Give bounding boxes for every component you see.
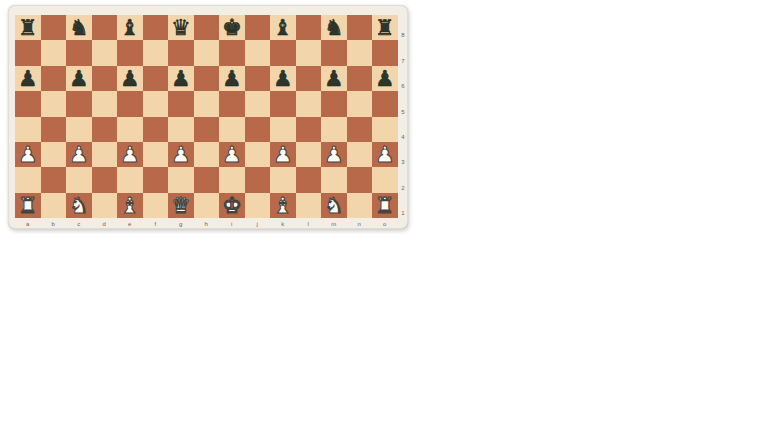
square-h8[interactable] (194, 15, 220, 40)
square-h4[interactable] (194, 117, 220, 142)
rank-label-8: 8 (398, 15, 409, 40)
square-f2[interactable] (143, 167, 169, 192)
black-pawn[interactable]: ♟ (120, 66, 140, 91)
square-l4[interactable] (296, 117, 322, 142)
square-b6[interactable] (41, 66, 67, 91)
page: ♜♞♝♛♚♝♞♜♟♟♟♟♟♟♟♟♟♟♟♟♟♟♟♟♜♞♝♛♚♝♞♜ abcdefg… (0, 0, 768, 432)
square-g5[interactable] (168, 91, 194, 116)
square-h2[interactable] (194, 167, 220, 192)
square-d7[interactable] (92, 40, 118, 65)
black-bishop[interactable]: ♝ (120, 15, 140, 40)
square-j8[interactable] (245, 15, 271, 40)
white-knight[interactable]: ♞ (69, 193, 89, 218)
square-c2[interactable] (66, 167, 92, 192)
square-n1[interactable] (347, 193, 373, 218)
square-o3[interactable]: ♟ (372, 142, 398, 167)
square-n4[interactable] (347, 117, 373, 142)
square-h7[interactable] (194, 40, 220, 65)
square-b7[interactable] (41, 40, 67, 65)
square-f3[interactable] (143, 142, 169, 167)
square-l7[interactable] (296, 40, 322, 65)
white-rook[interactable]: ♜ (18, 193, 38, 218)
square-i4[interactable] (219, 117, 245, 142)
square-m6[interactable]: ♟ (321, 66, 347, 91)
square-h3[interactable] (194, 142, 220, 167)
file-label-k: k (270, 219, 296, 229)
square-m1[interactable]: ♞ (321, 193, 347, 218)
square-g3[interactable]: ♟ (168, 142, 194, 167)
square-o7[interactable] (372, 40, 398, 65)
square-e3[interactable]: ♟ (117, 142, 143, 167)
square-c6[interactable]: ♟ (66, 66, 92, 91)
square-b5[interactable] (41, 91, 67, 116)
square-g2[interactable] (168, 167, 194, 192)
square-g8[interactable]: ♛ (168, 15, 194, 40)
square-j3[interactable] (245, 142, 271, 167)
square-n6[interactable] (347, 66, 373, 91)
square-j6[interactable] (245, 66, 271, 91)
black-bishop[interactable]: ♝ (273, 15, 293, 40)
rank-label-6: 6 (398, 66, 409, 91)
square-n8[interactable] (347, 15, 373, 40)
square-k5[interactable] (270, 91, 296, 116)
square-k8[interactable]: ♝ (270, 15, 296, 40)
square-g4[interactable] (168, 117, 194, 142)
square-j7[interactable] (245, 40, 271, 65)
square-o8[interactable]: ♜ (372, 15, 398, 40)
black-pawn[interactable]: ♟ (273, 66, 293, 91)
square-k3[interactable]: ♟ (270, 142, 296, 167)
square-l3[interactable] (296, 142, 322, 167)
square-a3[interactable]: ♟ (15, 142, 41, 167)
square-e4[interactable] (117, 117, 143, 142)
square-c7[interactable] (66, 40, 92, 65)
square-j5[interactable] (245, 91, 271, 116)
square-c5[interactable] (66, 91, 92, 116)
rank-label-7: 7 (398, 40, 409, 65)
square-f6[interactable] (143, 66, 169, 91)
square-m5[interactable] (321, 91, 347, 116)
file-label-c: c (66, 219, 92, 229)
square-d1[interactable] (92, 193, 118, 218)
square-l6[interactable] (296, 66, 322, 91)
black-pawn[interactable]: ♟ (18, 66, 38, 91)
square-h5[interactable] (194, 91, 220, 116)
square-d4[interactable] (92, 117, 118, 142)
file-label-j: j (245, 219, 271, 229)
square-m3[interactable]: ♟ (321, 142, 347, 167)
square-j1[interactable] (245, 193, 271, 218)
rank-label-5: 5 (398, 91, 409, 116)
square-l1[interactable] (296, 193, 322, 218)
rank-label-1: 1 (398, 193, 409, 218)
rank-label-3: 3 (398, 142, 409, 167)
square-k1[interactable]: ♝ (270, 193, 296, 218)
file-label-f: f (143, 219, 169, 229)
square-e1[interactable]: ♝ (117, 193, 143, 218)
black-pawn[interactable]: ♟ (222, 66, 242, 91)
square-c8[interactable]: ♞ (66, 15, 92, 40)
file-label-g: g (168, 219, 194, 229)
file-label-e: e (117, 219, 143, 229)
black-knight[interactable]: ♞ (324, 15, 344, 40)
square-h1[interactable] (194, 193, 220, 218)
white-rook[interactable]: ♜ (375, 193, 395, 218)
black-pawn[interactable]: ♟ (69, 66, 89, 91)
square-m8[interactable]: ♞ (321, 15, 347, 40)
square-f8[interactable] (143, 15, 169, 40)
square-m2[interactable] (321, 167, 347, 192)
file-label-n: n (347, 219, 373, 229)
square-d6[interactable] (92, 66, 118, 91)
square-f1[interactable] (143, 193, 169, 218)
square-k7[interactable] (270, 40, 296, 65)
black-king[interactable]: ♚ (222, 15, 242, 40)
square-e8[interactable]: ♝ (117, 15, 143, 40)
square-l2[interactable] (296, 167, 322, 192)
square-m4[interactable] (321, 117, 347, 142)
file-label-a: a (15, 219, 41, 229)
square-o6[interactable]: ♟ (372, 66, 398, 91)
black-rook[interactable]: ♜ (18, 15, 38, 40)
black-knight[interactable]: ♞ (69, 15, 89, 40)
white-pawn[interactable]: ♟ (273, 142, 293, 167)
square-a7[interactable] (15, 40, 41, 65)
square-b4[interactable] (41, 117, 67, 142)
square-b1[interactable] (41, 193, 67, 218)
square-i1[interactable]: ♚ (219, 193, 245, 218)
black-pawn[interactable]: ♟ (375, 66, 395, 91)
file-label-l: l (296, 219, 322, 229)
square-n2[interactable] (347, 167, 373, 192)
square-c3[interactable]: ♟ (66, 142, 92, 167)
square-b8[interactable] (41, 15, 67, 40)
square-l5[interactable] (296, 91, 322, 116)
file-label-h: h (194, 219, 220, 229)
white-pawn[interactable]: ♟ (375, 142, 395, 167)
square-m7[interactable] (321, 40, 347, 65)
board-grid: ♜♞♝♛♚♝♞♜♟♟♟♟♟♟♟♟♟♟♟♟♟♟♟♟♜♞♝♛♚♝♞♜ (15, 15, 398, 218)
square-f5[interactable] (143, 91, 169, 116)
square-g6[interactable]: ♟ (168, 66, 194, 91)
square-n5[interactable] (347, 91, 373, 116)
file-label-d: d (92, 219, 118, 229)
file-labels: abcdefghijklmno (15, 219, 398, 229)
square-d2[interactable] (92, 167, 118, 192)
white-pawn[interactable]: ♟ (222, 142, 242, 167)
file-label-m: m (321, 219, 347, 229)
square-l8[interactable] (296, 15, 322, 40)
square-i2[interactable] (219, 167, 245, 192)
white-pawn[interactable]: ♟ (324, 142, 344, 167)
white-pawn[interactable]: ♟ (171, 142, 191, 167)
square-d3[interactable] (92, 142, 118, 167)
square-k4[interactable] (270, 117, 296, 142)
square-j4[interactable] (245, 117, 271, 142)
square-i6[interactable]: ♟ (219, 66, 245, 91)
white-bishop[interactable]: ♝ (120, 193, 140, 218)
rank-labels: 87654321 (398, 15, 409, 218)
square-e5[interactable] (117, 91, 143, 116)
file-label-o: o (372, 219, 398, 229)
square-c4[interactable] (66, 117, 92, 142)
square-o4[interactable] (372, 117, 398, 142)
rank-label-2: 2 (398, 167, 409, 192)
file-label-i: i (219, 219, 245, 229)
square-e7[interactable] (117, 40, 143, 65)
square-n7[interactable] (347, 40, 373, 65)
white-king[interactable]: ♚ (222, 193, 242, 218)
square-o5[interactable] (372, 91, 398, 116)
square-a6[interactable]: ♟ (15, 66, 41, 91)
white-pawn[interactable]: ♟ (69, 142, 89, 167)
square-i5[interactable] (219, 91, 245, 116)
square-n3[interactable] (347, 142, 373, 167)
chess-board: ♜♞♝♛♚♝♞♜♟♟♟♟♟♟♟♟♟♟♟♟♟♟♟♟♜♞♝♛♚♝♞♜ abcdefg… (8, 5, 408, 229)
square-b2[interactable] (41, 167, 67, 192)
square-a4[interactable] (15, 117, 41, 142)
square-j2[interactable] (245, 167, 271, 192)
square-e6[interactable]: ♟ (117, 66, 143, 91)
square-d5[interactable] (92, 91, 118, 116)
black-rook[interactable]: ♜ (375, 15, 395, 40)
white-queen[interactable]: ♛ (171, 193, 191, 218)
white-knight[interactable]: ♞ (324, 193, 344, 218)
file-label-b: b (41, 219, 67, 229)
black-queen[interactable]: ♛ (171, 15, 191, 40)
square-a1[interactable]: ♜ (15, 193, 41, 218)
white-pawn[interactable]: ♟ (120, 142, 140, 167)
square-d8[interactable] (92, 15, 118, 40)
square-i8[interactable]: ♚ (219, 15, 245, 40)
square-a2[interactable] (15, 167, 41, 192)
square-o1[interactable]: ♜ (372, 193, 398, 218)
square-k6[interactable]: ♟ (270, 66, 296, 91)
square-i7[interactable] (219, 40, 245, 65)
square-c1[interactable]: ♞ (66, 193, 92, 218)
square-h6[interactable] (194, 66, 220, 91)
square-f4[interactable] (143, 117, 169, 142)
square-e2[interactable] (117, 167, 143, 192)
white-pawn[interactable]: ♟ (18, 142, 38, 167)
rank-label-4: 4 (398, 117, 409, 142)
white-bishop[interactable]: ♝ (273, 193, 293, 218)
square-k2[interactable] (270, 167, 296, 192)
square-g1[interactable]: ♛ (168, 193, 194, 218)
square-f7[interactable] (143, 40, 169, 65)
black-pawn[interactable]: ♟ (324, 66, 344, 91)
square-b3[interactable] (41, 142, 67, 167)
square-a5[interactable] (15, 91, 41, 116)
black-pawn[interactable]: ♟ (171, 66, 191, 91)
square-a8[interactable]: ♜ (15, 15, 41, 40)
square-i3[interactable]: ♟ (219, 142, 245, 167)
square-o2[interactable] (372, 167, 398, 192)
square-g7[interactable] (168, 40, 194, 65)
